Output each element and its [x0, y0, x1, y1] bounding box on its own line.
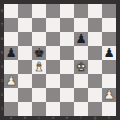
- square-d7[interactable]: [46, 18, 60, 32]
- square-c8[interactable]: [32, 4, 46, 18]
- rank-label-6: 6: [0, 32, 4, 46]
- square-g6[interactable]: [88, 32, 102, 46]
- square-g1[interactable]: [88, 102, 102, 116]
- black-pawn-a5[interactable]: ♟: [4, 46, 18, 60]
- square-d4[interactable]: [46, 60, 60, 74]
- square-e3[interactable]: [60, 74, 74, 88]
- square-d8[interactable]: [46, 4, 60, 18]
- chess-board[interactable]: ♟♟♚♟♝♚♟♟: [4, 4, 116, 116]
- square-g8[interactable]: [88, 4, 102, 18]
- square-d1[interactable]: [46, 102, 60, 116]
- white-king-f4[interactable]: ♚: [74, 60, 88, 74]
- file-label-f: f: [74, 116, 88, 120]
- square-b3[interactable]: [18, 74, 32, 88]
- square-b2[interactable]: [18, 88, 32, 102]
- square-c5[interactable]: ♚: [32, 46, 46, 60]
- square-c1[interactable]: [32, 102, 46, 116]
- square-f3[interactable]: [74, 74, 88, 88]
- square-h5[interactable]: ♟: [102, 46, 116, 60]
- file-label-e: e: [60, 116, 74, 120]
- square-f2[interactable]: [74, 88, 88, 102]
- file-label-h: h: [102, 116, 116, 120]
- square-e8[interactable]: [60, 4, 74, 18]
- square-b4[interactable]: [18, 60, 32, 74]
- file-label-g: g: [88, 116, 102, 120]
- square-g3[interactable]: [88, 74, 102, 88]
- white-bishop-c4[interactable]: ♝: [32, 60, 46, 74]
- square-f1[interactable]: [74, 102, 88, 116]
- square-g4[interactable]: [88, 60, 102, 74]
- file-label-a: a: [4, 116, 18, 120]
- rank-label-3: 3: [0, 74, 4, 88]
- square-d6[interactable]: [46, 32, 60, 46]
- square-b6[interactable]: [18, 32, 32, 46]
- file-label-c: c: [32, 116, 46, 120]
- rank-label-5: 5: [0, 46, 4, 60]
- black-pawn-h5[interactable]: ♟: [102, 46, 116, 60]
- square-b7[interactable]: [18, 18, 32, 32]
- square-b1[interactable]: [18, 102, 32, 116]
- square-d3[interactable]: [46, 74, 60, 88]
- square-c4[interactable]: ♝: [32, 60, 46, 74]
- file-label-d: d: [46, 116, 60, 120]
- square-e2[interactable]: [60, 88, 74, 102]
- square-h7[interactable]: [102, 18, 116, 32]
- rank-label-4: 4: [0, 60, 4, 74]
- square-h8[interactable]: [102, 4, 116, 18]
- square-h4[interactable]: [102, 60, 116, 74]
- rank-label-1: 1: [0, 102, 4, 116]
- square-h2[interactable]: ♟: [102, 88, 116, 102]
- square-a8[interactable]: [4, 4, 18, 18]
- chess-board-frame: ♟♟♚♟♝♚♟♟ abcdefgh87654321: [0, 0, 120, 120]
- file-label-b: b: [18, 116, 32, 120]
- square-c2[interactable]: [32, 88, 46, 102]
- square-c3[interactable]: [32, 74, 46, 88]
- square-e4[interactable]: [60, 60, 74, 74]
- square-a6[interactable]: [4, 32, 18, 46]
- square-a4[interactable]: [4, 60, 18, 74]
- square-h3[interactable]: [102, 74, 116, 88]
- square-f7[interactable]: [74, 18, 88, 32]
- square-a2[interactable]: [4, 88, 18, 102]
- square-f4[interactable]: ♚: [74, 60, 88, 74]
- square-a3[interactable]: ♟: [4, 74, 18, 88]
- square-e5[interactable]: [60, 46, 74, 60]
- square-c7[interactable]: [32, 18, 46, 32]
- white-pawn-a3[interactable]: ♟: [4, 74, 18, 88]
- square-g5[interactable]: [88, 46, 102, 60]
- square-f8[interactable]: [74, 4, 88, 18]
- square-e7[interactable]: [60, 18, 74, 32]
- square-c6[interactable]: [32, 32, 46, 46]
- rank-label-2: 2: [0, 88, 4, 102]
- square-g7[interactable]: [88, 18, 102, 32]
- rank-label-7: 7: [0, 18, 4, 32]
- square-e6[interactable]: [60, 32, 74, 46]
- square-h1[interactable]: [102, 102, 116, 116]
- square-f6[interactable]: ♟: [74, 32, 88, 46]
- square-g2[interactable]: [88, 88, 102, 102]
- black-pawn-f6[interactable]: ♟: [74, 32, 88, 46]
- square-d5[interactable]: [46, 46, 60, 60]
- square-b5[interactable]: [18, 46, 32, 60]
- square-b8[interactable]: [18, 4, 32, 18]
- square-d2[interactable]: [46, 88, 60, 102]
- white-pawn-h2[interactable]: ♟: [102, 88, 116, 102]
- square-a1[interactable]: [4, 102, 18, 116]
- square-a5[interactable]: ♟: [4, 46, 18, 60]
- square-e1[interactable]: [60, 102, 74, 116]
- square-f5[interactable]: [74, 46, 88, 60]
- rank-label-8: 8: [0, 4, 4, 18]
- black-king-c5[interactable]: ♚: [32, 46, 46, 60]
- square-h6[interactable]: [102, 32, 116, 46]
- square-a7[interactable]: [4, 18, 18, 32]
